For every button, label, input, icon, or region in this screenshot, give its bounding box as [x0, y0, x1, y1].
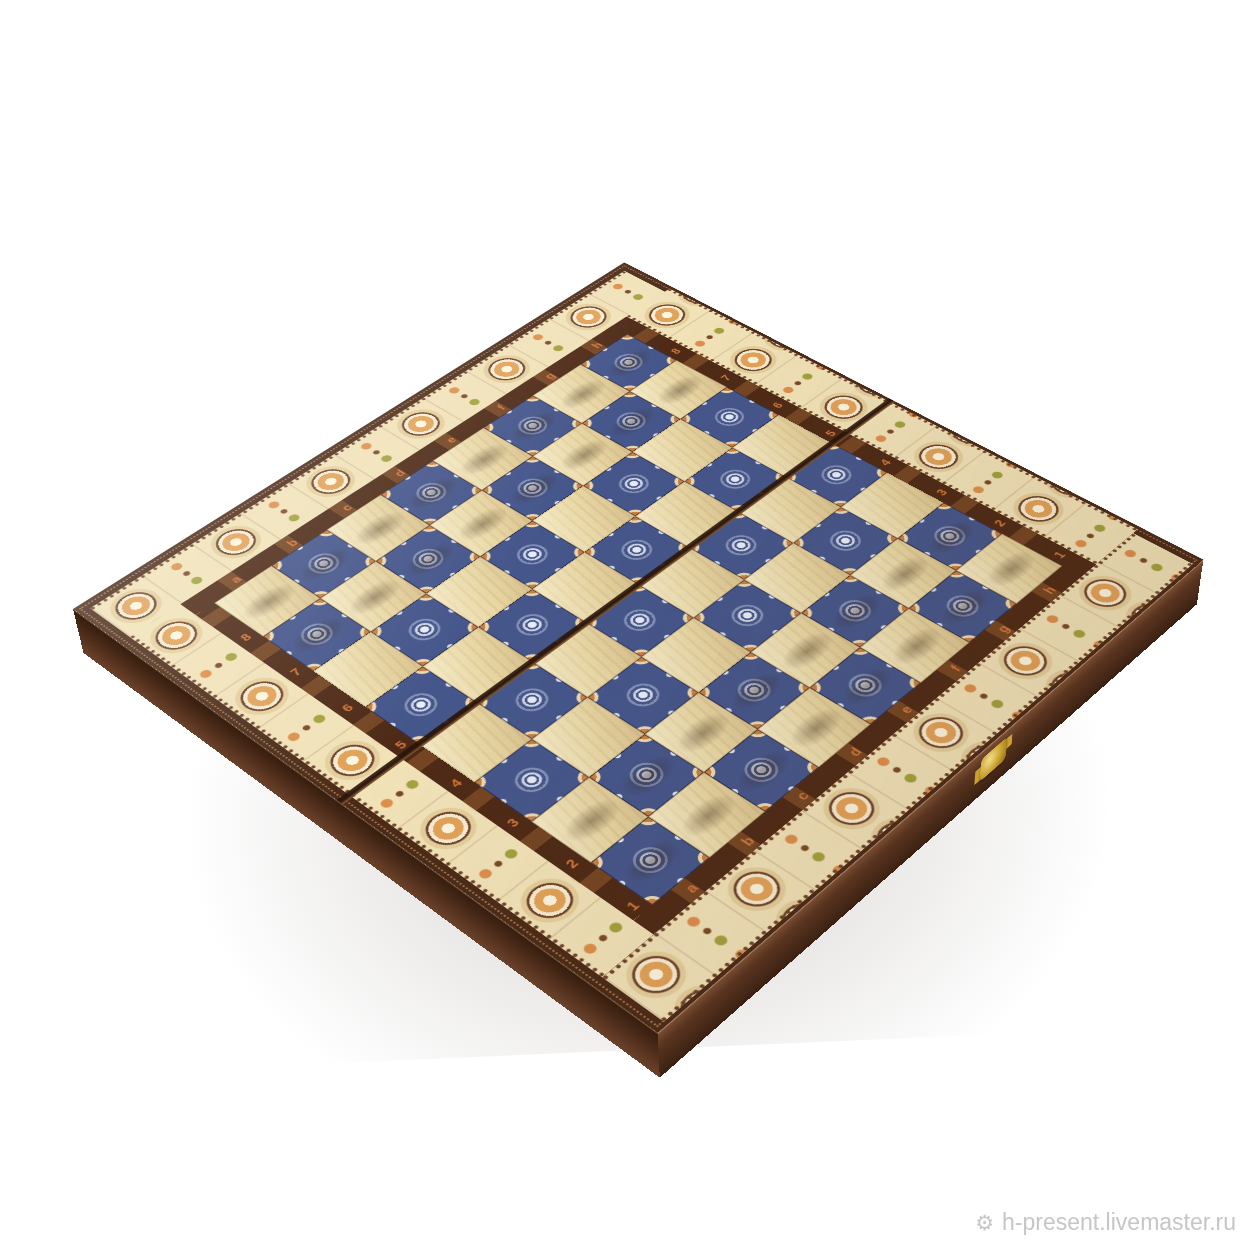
board-top-face: abcdefgh abcdefgh 87654321 87654321 ♜♞♝♛… — [73, 262, 1203, 1033]
coord-label-b: b — [738, 834, 757, 848]
coord-label-f: f — [947, 663, 963, 673]
scene-tilt: abcdefgh abcdefgh 87654321 87654321 ♜♞♝♛… — [0, 0, 1250, 1250]
coord-label-a: a — [682, 881, 701, 895]
coord-label-e: e — [897, 703, 915, 715]
coord-label-6: 6 — [338, 701, 355, 713]
coord-label-3: 3 — [503, 815, 521, 828]
coord-label-6: 6 — [769, 400, 785, 409]
chess-box: abcdefgh abcdefgh 87654321 87654321 ♜♞♝♛… — [73, 262, 1203, 1033]
perspective-scene: abcdefgh abcdefgh 87654321 87654321 ♜♞♝♛… — [0, 0, 1250, 1250]
coord-label-1: 1 — [622, 898, 641, 912]
piece-glyph: ♟ — [392, 447, 459, 560]
coord-label-d: d — [845, 745, 864, 758]
coord-label-g: g — [994, 623, 1012, 635]
coord-label-h: h — [1040, 584, 1058, 595]
product-photo-stage: abcdefgh abcdefgh 87654321 87654321 ♜♞♝♛… — [0, 0, 1250, 1250]
watermark-text: h-present.livemaster.ru — [1002, 1209, 1236, 1236]
square-a6[interactable] — [313, 632, 422, 707]
coord-label-4: 4 — [446, 776, 464, 789]
coord-label-c: c — [793, 789, 811, 802]
watermark: ⚙ h-present.livemaster.ru — [975, 1209, 1236, 1236]
watermark-flower-icon: ⚙ — [975, 1211, 994, 1235]
coord-label-2: 2 — [561, 856, 580, 870]
piece-glyph: ♟ — [284, 519, 354, 636]
coord-label-7: 7 — [717, 373, 732, 382]
piece-glyph: ♜ — [599, 704, 693, 862]
